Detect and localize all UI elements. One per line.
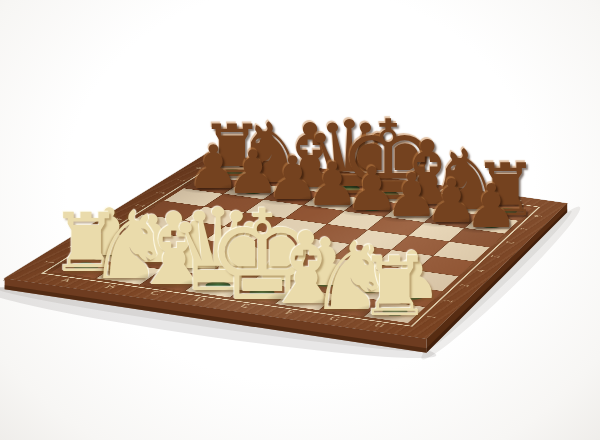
- chess-board-photo: AABBCCDDEEFFGGHH1122334455667788 ♜♞♝♛♚♝♞…: [0, 0, 600, 440]
